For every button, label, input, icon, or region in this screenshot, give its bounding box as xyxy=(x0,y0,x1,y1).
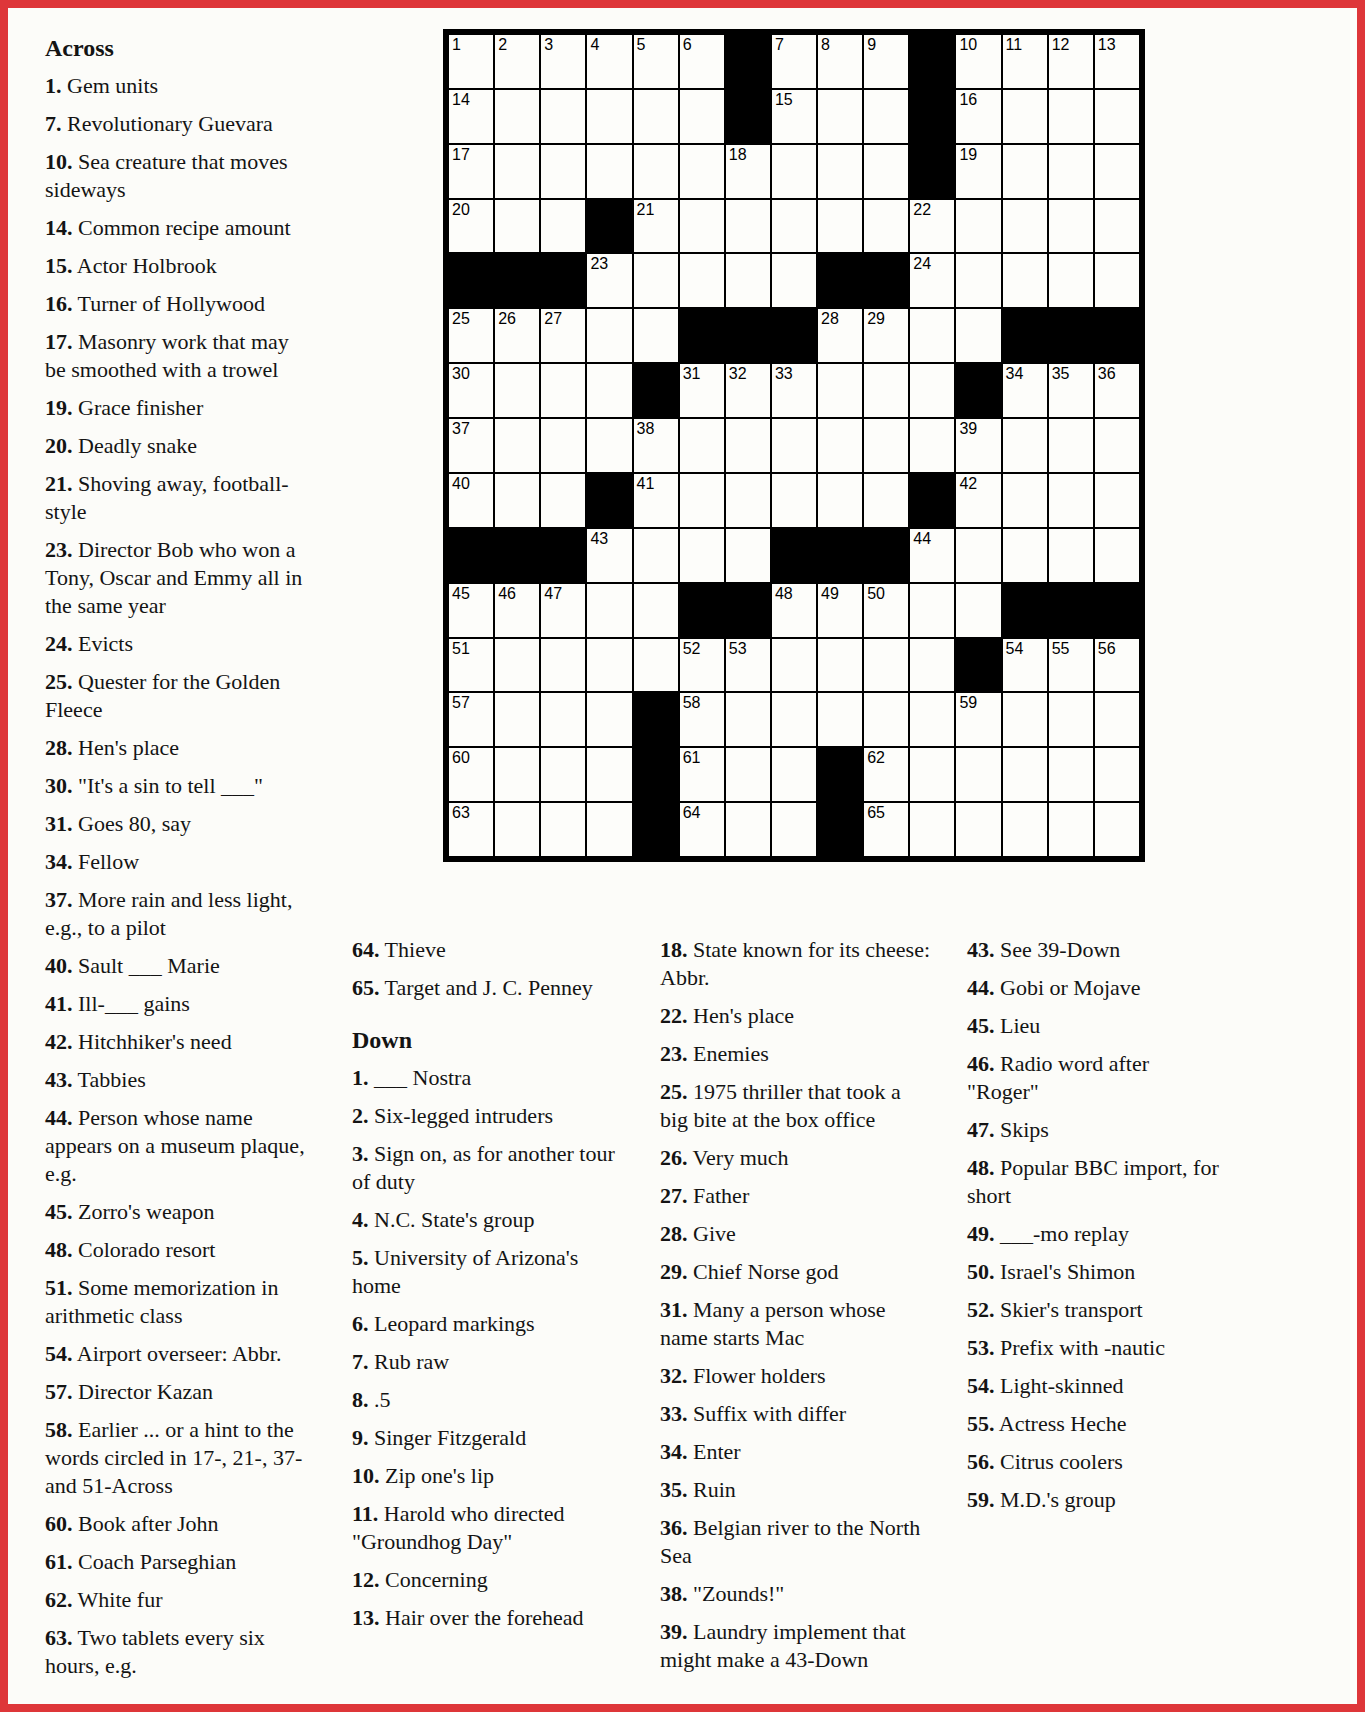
clue-down-47: 47. Skips xyxy=(967,1116,1225,1144)
grid-cell-r14c2[interactable] xyxy=(494,747,540,802)
grid-cell-r12c15[interactable]: 56 xyxy=(1094,638,1140,693)
grid-cell-r2c5[interactable] xyxy=(633,89,679,144)
grid-cell-r8c15[interactable] xyxy=(1094,418,1140,473)
grid-cell-r12c2[interactable] xyxy=(494,638,540,693)
grid-cell-r5c5[interactable] xyxy=(633,253,679,308)
grid-cell-r4c11[interactable]: 22 xyxy=(909,199,955,254)
grid-cell-r14c9 xyxy=(817,747,863,802)
cell-number: 33 xyxy=(775,364,793,383)
grid-cell-r9c2[interactable] xyxy=(494,473,540,528)
grid-cell-r10c11[interactable]: 44 xyxy=(909,528,955,583)
grid-cell-r8c13[interactable] xyxy=(1002,418,1048,473)
clue-number: 31. xyxy=(660,1297,688,1322)
clue-down-38: 38. "Zounds!" xyxy=(660,1580,932,1608)
grid-cell-r14c8[interactable] xyxy=(771,747,817,802)
grid-cell-r3c1[interactable]: 17 xyxy=(448,144,494,199)
grid-cell-r7c11[interactable] xyxy=(909,363,955,418)
cell-number: 5 xyxy=(637,35,646,54)
clue-down-59: 59. M.D.'s group xyxy=(967,1486,1225,1514)
grid-cell-r12c7[interactable]: 53 xyxy=(725,638,771,693)
grid-cell-r4c12[interactable] xyxy=(955,199,1001,254)
grid-cell-r8c8[interactable] xyxy=(771,418,817,473)
grid-cell-r4c1[interactable]: 20 xyxy=(448,199,494,254)
grid-cell-r5c7[interactable] xyxy=(725,253,771,308)
cell-number: 35 xyxy=(1052,364,1070,383)
grid-cell-r13c10[interactable] xyxy=(863,692,909,747)
grid-cell-r13c13[interactable] xyxy=(1002,692,1048,747)
grid-cell-r13c1[interactable]: 57 xyxy=(448,692,494,747)
grid-cell-r9c8[interactable] xyxy=(771,473,817,528)
grid-cell-r7c2[interactable] xyxy=(494,363,540,418)
down-clue-list-2: 18. State known for its cheese: Abbr.22.… xyxy=(660,936,932,1674)
grid-cell-r1c14[interactable]: 12 xyxy=(1048,34,1094,89)
clue-across-21: 21. Shoving away, football-style xyxy=(45,470,313,526)
grid-cell-r1c5[interactable]: 5 xyxy=(633,34,679,89)
grid-cell-r8c10[interactable] xyxy=(863,418,909,473)
grid-cell-r15c8[interactable] xyxy=(771,802,817,857)
clue-number: 34. xyxy=(45,849,73,874)
clue-number: 31. xyxy=(45,811,73,836)
grid-cell-r4c6[interactable] xyxy=(679,199,725,254)
grid-cell-r3c2[interactable] xyxy=(494,144,540,199)
grid-cell-r7c6[interactable]: 31 xyxy=(679,363,725,418)
grid-cell-r15c10[interactable]: 65 xyxy=(863,802,909,857)
clue-number: 35. xyxy=(660,1477,688,1502)
clue-down-31: 31. Many a person whose name starts Mac xyxy=(660,1296,932,1352)
cell-number: 32 xyxy=(729,364,747,383)
grid-cell-r6c2[interactable]: 26 xyxy=(494,308,540,363)
grid-cell-r3c4[interactable] xyxy=(586,144,632,199)
cell-number: 47 xyxy=(544,584,562,603)
clue-number: 39. xyxy=(660,1619,688,1644)
grid-cell-r13c6[interactable]: 58 xyxy=(679,692,725,747)
grid-cell-r12c4[interactable] xyxy=(586,638,632,693)
clue-number: 17. xyxy=(45,329,73,354)
clue-number: 60. xyxy=(45,1511,73,1536)
grid-cell-r7c15[interactable]: 36 xyxy=(1094,363,1140,418)
clue-number: 42. xyxy=(45,1029,73,1054)
grid-cell-r15c11[interactable] xyxy=(909,802,955,857)
cell-number: 8 xyxy=(821,35,830,54)
grid-cell-r2c8[interactable]: 15 xyxy=(771,89,817,144)
grid-cell-r2c3[interactable] xyxy=(540,89,586,144)
grid-cell-r10c8 xyxy=(771,528,817,583)
grid-cell-r8c9[interactable] xyxy=(817,418,863,473)
grid-cell-r11c1[interactable]: 45 xyxy=(448,583,494,638)
grid-cell-r1c15[interactable]: 13 xyxy=(1094,34,1140,89)
clue-down-3: 3. Sign on, as for another tour of duty xyxy=(352,1140,630,1196)
down-clue-list-3: 43. See 39-Down44. Gobi or Mojave45. Lie… xyxy=(967,936,1225,1514)
grid-cell-r3c13[interactable] xyxy=(1002,144,1048,199)
grid-cell-r15c12[interactable] xyxy=(955,802,1001,857)
grid-cell-r6c10[interactable]: 29 xyxy=(863,308,909,363)
cell-number: 20 xyxy=(452,200,470,219)
across-clues-column: Across 1. Gem units7. Revolutionary Guev… xyxy=(45,34,313,1690)
grid-cell-r13c12[interactable]: 59 xyxy=(955,692,1001,747)
clue-across-40: 40. Sault ___ Marie xyxy=(45,952,313,980)
grid-cell-r12c12 xyxy=(955,638,1001,693)
grid-cell-r8c14[interactable] xyxy=(1048,418,1094,473)
clue-across-31: 31. Goes 80, say xyxy=(45,810,313,838)
grid-cell-r7c9[interactable] xyxy=(817,363,863,418)
cell-number: 53 xyxy=(729,639,747,658)
grid-cell-r7c4[interactable] xyxy=(586,363,632,418)
grid-cell-r11c7 xyxy=(725,583,771,638)
grid-cell-r6c9[interactable]: 28 xyxy=(817,308,863,363)
clue-number: 12. xyxy=(352,1567,380,1592)
grid-cell-r9c15[interactable] xyxy=(1094,473,1140,528)
grid-cell-r3c6[interactable] xyxy=(679,144,725,199)
grid-cell-r6c13 xyxy=(1002,308,1048,363)
grid-cell-r10c4[interactable]: 43 xyxy=(586,528,632,583)
clue-number: 16. xyxy=(45,291,73,316)
grid-cell-r5c8[interactable] xyxy=(771,253,817,308)
cell-number: 26 xyxy=(498,309,516,328)
grid-cell-r4c13[interactable] xyxy=(1002,199,1048,254)
grid-cell-r7c3[interactable] xyxy=(540,363,586,418)
grid-cell-r11c9[interactable]: 49 xyxy=(817,583,863,638)
grid-cell-r5c15[interactable] xyxy=(1094,253,1140,308)
grid-cell-r10c6[interactable] xyxy=(679,528,725,583)
grid-cell-r10c12[interactable] xyxy=(955,528,1001,583)
cell-number: 43 xyxy=(590,529,608,548)
grid-cell-r1c8[interactable]: 7 xyxy=(771,34,817,89)
grid-cell-r10c9 xyxy=(817,528,863,583)
clue-number: 49. xyxy=(967,1221,995,1246)
clue-number: 55. xyxy=(967,1411,995,1436)
grid-cell-r4c7[interactable] xyxy=(725,199,771,254)
grid-cell-r10c14[interactable] xyxy=(1048,528,1094,583)
grid-cell-r5c14[interactable] xyxy=(1048,253,1094,308)
clue-down-48: 48. Popular BBC import, for short xyxy=(967,1154,1225,1210)
clue-number: 22. xyxy=(660,1003,688,1028)
clue-across-19: 19. Grace finisher xyxy=(45,394,313,422)
clue-number: 34. xyxy=(660,1439,688,1464)
crossword-grid[interactable]: 1234567891011121314151617181920212223242… xyxy=(443,29,1145,862)
clue-number: 62. xyxy=(45,1587,73,1612)
grid-cell-r3c9[interactable] xyxy=(817,144,863,199)
clue-number: 32. xyxy=(660,1363,688,1388)
grid-cell-r4c14[interactable] xyxy=(1048,199,1094,254)
clue-across-10: 10. Sea creature that moves sideways xyxy=(45,148,313,204)
grid-cell-r10c7[interactable] xyxy=(725,528,771,583)
grid-cell-r11c8[interactable]: 48 xyxy=(771,583,817,638)
grid-cell-r14c1[interactable]: 60 xyxy=(448,747,494,802)
clue-across-1: 1. Gem units xyxy=(45,72,313,100)
grid-cell-r11c10[interactable]: 50 xyxy=(863,583,909,638)
grid-cell-r15c4[interactable] xyxy=(586,802,632,857)
grid-cell-r11c12[interactable] xyxy=(955,583,1001,638)
cell-number: 29 xyxy=(867,309,885,328)
cell-number: 61 xyxy=(683,748,701,767)
clue-number: 14. xyxy=(45,215,73,240)
clue-across-20: 20. Deadly snake xyxy=(45,432,313,460)
cell-number: 41 xyxy=(637,474,655,493)
cell-number: 57 xyxy=(452,693,470,712)
clue-down-7: 7. Rub raw xyxy=(352,1348,630,1376)
grid-cell-r2c15[interactable] xyxy=(1094,89,1140,144)
grid-cell-r3c8[interactable] xyxy=(771,144,817,199)
clue-number: 1. xyxy=(45,73,62,98)
grid-cell-r4c2[interactable] xyxy=(494,199,540,254)
grid-cell-r3c7[interactable]: 18 xyxy=(725,144,771,199)
grid-cell-r2c14[interactable] xyxy=(1048,89,1094,144)
grid-cell-r4c5[interactable]: 21 xyxy=(633,199,679,254)
grid-cell-r7c14[interactable]: 35 xyxy=(1048,363,1094,418)
clue-down-8: 8. .5 xyxy=(352,1386,630,1414)
grid-cell-r10c13[interactable] xyxy=(1002,528,1048,583)
clue-down-36: 36. Belgian river to the North Sea xyxy=(660,1514,932,1570)
grid-cell-r1c9[interactable]: 8 xyxy=(817,34,863,89)
grid-cell-r1c11 xyxy=(909,34,955,89)
grid-cell-r12c9[interactable] xyxy=(817,638,863,693)
grid-cell-r13c11[interactable] xyxy=(909,692,955,747)
grid-cell-r14c4[interactable] xyxy=(586,747,632,802)
grid-cell-r4c9[interactable] xyxy=(817,199,863,254)
grid-cell-r9c9[interactable] xyxy=(817,473,863,528)
cell-number: 59 xyxy=(959,693,977,712)
bottom-column-2: 18. State known for its cheese: Abbr.22.… xyxy=(660,936,932,1684)
grid-cell-r2c12[interactable]: 16 xyxy=(955,89,1001,144)
grid-cell-r6c3[interactable]: 27 xyxy=(540,308,586,363)
grid-cell-r6c12[interactable] xyxy=(955,308,1001,363)
grid-cell-r9c10[interactable] xyxy=(863,473,909,528)
clue-number: 48. xyxy=(45,1237,73,1262)
grid-cell-r2c2[interactable] xyxy=(494,89,540,144)
grid-cell-r6c14 xyxy=(1048,308,1094,363)
grid-cell-r7c7[interactable]: 32 xyxy=(725,363,771,418)
grid-cell-r7c13[interactable]: 34 xyxy=(1002,363,1048,418)
grid-cell-r1c4[interactable]: 4 xyxy=(586,34,632,89)
grid-cell-r15c7[interactable] xyxy=(725,802,771,857)
clue-number: 20. xyxy=(45,433,73,458)
grid-cell-r2c1[interactable]: 14 xyxy=(448,89,494,144)
grid-cell-r8c11[interactable] xyxy=(909,418,955,473)
grid-cell-r10c2 xyxy=(494,528,540,583)
grid-cell-r1c12[interactable]: 10 xyxy=(955,34,1001,89)
clue-down-27: 27. Father xyxy=(660,1182,932,1210)
grid-cell-r1c6[interactable]: 6 xyxy=(679,34,725,89)
cell-number: 46 xyxy=(498,584,516,603)
clue-across-51: 51. Some memorization in arithmetic clas… xyxy=(45,1274,313,1330)
grid-cell-r9c3[interactable] xyxy=(540,473,586,528)
clue-down-4: 4. N.C. State's group xyxy=(352,1206,630,1234)
clue-number: 44. xyxy=(45,1105,73,1130)
clue-number: 23. xyxy=(45,537,73,562)
clue-across-63: 63. Two tablets every six hours, e.g. xyxy=(45,1624,313,1680)
clue-across-14: 14. Common recipe amount xyxy=(45,214,313,242)
grid-cell-r3c3[interactable] xyxy=(540,144,586,199)
grid-cell-r15c14[interactable] xyxy=(1048,802,1094,857)
grid-cell-r8c2[interactable] xyxy=(494,418,540,473)
grid-cell-r1c1[interactable]: 1 xyxy=(448,34,494,89)
clue-down-28: 28. Give xyxy=(660,1220,932,1248)
grid-cell-r6c6 xyxy=(679,308,725,363)
clue-down-55: 55. Actress Heche xyxy=(967,1410,1225,1438)
cell-number: 55 xyxy=(1052,639,1070,658)
grid-cell-r5c11[interactable]: 24 xyxy=(909,253,955,308)
cell-number: 28 xyxy=(821,309,839,328)
grid-cell-r11c4[interactable] xyxy=(586,583,632,638)
grid-cell-r9c1[interactable]: 40 xyxy=(448,473,494,528)
grid-cell-r5c4[interactable]: 23 xyxy=(586,253,632,308)
grid-cell-r2c10[interactable] xyxy=(863,89,909,144)
grid-cell-r8c4[interactable] xyxy=(586,418,632,473)
cell-number: 50 xyxy=(867,584,885,603)
clue-across-15: 15. Actor Holbrook xyxy=(45,252,313,280)
clue-down-29: 29. Chief Norse god xyxy=(660,1258,932,1286)
grid-cell-r14c11[interactable] xyxy=(909,747,955,802)
grid-cell-r3c12[interactable]: 19 xyxy=(955,144,1001,199)
grid-cell-r14c14[interactable] xyxy=(1048,747,1094,802)
grid-cell-r15c5 xyxy=(633,802,679,857)
grid-cell-r11c6 xyxy=(679,583,725,638)
grid-cell-r3c5[interactable] xyxy=(633,144,679,199)
grid-cell-r11c2[interactable]: 46 xyxy=(494,583,540,638)
grid-cell-r2c4[interactable] xyxy=(586,89,632,144)
grid-cell-r14c6[interactable]: 61 xyxy=(679,747,725,802)
grid-cell-r15c9 xyxy=(817,802,863,857)
grid-cell-r1c3[interactable]: 3 xyxy=(540,34,586,89)
cell-number: 21 xyxy=(637,200,655,219)
grid-cell-r12c5[interactable] xyxy=(633,638,679,693)
clue-across-24: 24. Evicts xyxy=(45,630,313,658)
grid-cell-r14c13[interactable] xyxy=(1002,747,1048,802)
grid-cell-r7c5 xyxy=(633,363,679,418)
clue-across-37: 37. More rain and less light, e.g., to a… xyxy=(45,886,313,942)
grid-cell-r5c12[interactable] xyxy=(955,253,1001,308)
grid-cell-r11c11[interactable] xyxy=(909,583,955,638)
grid-cell-r1c13[interactable]: 11 xyxy=(1002,34,1048,89)
grid-cell-r12c10[interactable] xyxy=(863,638,909,693)
grid-cell-r13c15[interactable] xyxy=(1094,692,1140,747)
grid-cell-r6c4[interactable] xyxy=(586,308,632,363)
grid-cell-r12c11[interactable] xyxy=(909,638,955,693)
cell-number: 18 xyxy=(729,145,747,164)
grid-cell-r11c13 xyxy=(1002,583,1048,638)
grid-cell-r2c11 xyxy=(909,89,955,144)
grid-cell-r14c7[interactable] xyxy=(725,747,771,802)
grid-cell-r12c6[interactable]: 52 xyxy=(679,638,725,693)
grid-cell-r8c5[interactable]: 38 xyxy=(633,418,679,473)
clue-number: 30. xyxy=(45,773,73,798)
grid-cell-r15c6[interactable]: 64 xyxy=(679,802,725,857)
grid-cell-r1c2[interactable]: 2 xyxy=(494,34,540,89)
grid-cell-r12c8[interactable] xyxy=(771,638,817,693)
grid-cell-r13c7[interactable] xyxy=(725,692,771,747)
grid-cell-r13c2[interactable] xyxy=(494,692,540,747)
grid-cell-r13c4[interactable] xyxy=(586,692,632,747)
grid-cell-r9c13[interactable] xyxy=(1002,473,1048,528)
grid-cell-r14c10[interactable]: 62 xyxy=(863,747,909,802)
grid-cell-r15c15[interactable] xyxy=(1094,802,1140,857)
grid-cell-r2c6[interactable] xyxy=(679,89,725,144)
grid-cell-r10c10 xyxy=(863,528,909,583)
cell-number: 14 xyxy=(452,90,470,109)
grid-cell-r8c3[interactable] xyxy=(540,418,586,473)
clue-number: 37. xyxy=(45,887,73,912)
grid-cell-r6c5[interactable] xyxy=(633,308,679,363)
grid-cell-r15c3[interactable] xyxy=(540,802,586,857)
grid-cell-r8c7[interactable] xyxy=(725,418,771,473)
grid-cell-r10c5[interactable] xyxy=(633,528,679,583)
grid-cell-r3c15[interactable] xyxy=(1094,144,1140,199)
grid-cell-r1c10[interactable]: 9 xyxy=(863,34,909,89)
clue-number: 45. xyxy=(967,1013,995,1038)
grid-cell-r4c10[interactable] xyxy=(863,199,909,254)
grid-cell-r10c15[interactable] xyxy=(1094,528,1140,583)
grid-cell-r11c5[interactable] xyxy=(633,583,679,638)
grid-cell-r5c6[interactable] xyxy=(679,253,725,308)
cell-number: 42 xyxy=(959,474,977,493)
grid-cell-r9c6[interactable] xyxy=(679,473,725,528)
grid-cell-r9c5[interactable]: 41 xyxy=(633,473,679,528)
grid-cell-r13c14[interactable] xyxy=(1048,692,1094,747)
grid-cell-r14c15[interactable] xyxy=(1094,747,1140,802)
grid-cell-r7c8[interactable]: 33 xyxy=(771,363,817,418)
grid-cell-r12c3[interactable] xyxy=(540,638,586,693)
grid-cell-r7c1[interactable]: 30 xyxy=(448,363,494,418)
clue-down-6: 6. Leopard markings xyxy=(352,1310,630,1338)
cell-number: 9 xyxy=(867,35,876,54)
grid-cell-r4c15[interactable] xyxy=(1094,199,1140,254)
grid-cell-r4c3[interactable] xyxy=(540,199,586,254)
grid-cell-r12c1[interactable]: 51 xyxy=(448,638,494,693)
grid-cell-r9c12[interactable]: 42 xyxy=(955,473,1001,528)
grid-cell-r3c10[interactable] xyxy=(863,144,909,199)
grid-cell-r15c13[interactable] xyxy=(1002,802,1048,857)
grid-cell-r12c13[interactable]: 54 xyxy=(1002,638,1048,693)
grid-cell-r6c11[interactable] xyxy=(909,308,955,363)
grid-cell-r6c1[interactable]: 25 xyxy=(448,308,494,363)
grid-cell-r11c3[interactable]: 47 xyxy=(540,583,586,638)
grid-cell-r13c8[interactable] xyxy=(771,692,817,747)
grid-cell-r7c10[interactable] xyxy=(863,363,909,418)
grid-cell-r8c6[interactable] xyxy=(679,418,725,473)
grid-cell-r9c11 xyxy=(909,473,955,528)
grid-cell-r2c9[interactable] xyxy=(817,89,863,144)
grid-cell-r14c12[interactable] xyxy=(955,747,1001,802)
grid-cell-r3c14[interactable] xyxy=(1048,144,1094,199)
cell-number: 44 xyxy=(913,529,931,548)
grid-cell-r13c9[interactable] xyxy=(817,692,863,747)
grid-cell-r14c3[interactable] xyxy=(540,747,586,802)
grid-cell-r2c7 xyxy=(725,89,771,144)
grid-cell-r9c14[interactable] xyxy=(1048,473,1094,528)
clue-down-49: 49. ___-mo replay xyxy=(967,1220,1225,1248)
clue-number: 26. xyxy=(660,1145,688,1170)
clue-down-50: 50. Israel's Shimon xyxy=(967,1258,1225,1286)
clue-number: 13. xyxy=(352,1605,380,1630)
grid-cell-r15c2[interactable] xyxy=(494,802,540,857)
grid-cell-r8c12[interactable]: 39 xyxy=(955,418,1001,473)
clue-down-39: 39. Laundry implement that might make a … xyxy=(660,1618,932,1674)
grid-cell-r5c13[interactable] xyxy=(1002,253,1048,308)
clue-down-56: 56. Citrus coolers xyxy=(967,1448,1225,1476)
grid-cell-r15c1[interactable]: 63 xyxy=(448,802,494,857)
grid-cell-r12c14[interactable]: 55 xyxy=(1048,638,1094,693)
grid-cell-r9c7[interactable] xyxy=(725,473,771,528)
grid-cell-r13c3[interactable] xyxy=(540,692,586,747)
clue-across-41: 41. Ill-___ gains xyxy=(45,990,313,1018)
cell-number: 10 xyxy=(959,35,977,54)
grid-cell-r6c15 xyxy=(1094,308,1140,363)
grid-cell-r2c13[interactable] xyxy=(1002,89,1048,144)
cell-number: 60 xyxy=(452,748,470,767)
clue-number: 52. xyxy=(967,1297,995,1322)
grid-cell-r8c1[interactable]: 37 xyxy=(448,418,494,473)
grid-cell-r4c8[interactable] xyxy=(771,199,817,254)
